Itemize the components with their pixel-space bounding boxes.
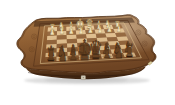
piece-white-pawn: ♟ xyxy=(107,24,112,35)
piece-black-bishop: ♝ xyxy=(101,39,112,63)
chess-board: ♜♞♝♚♛♝♞♜♟♟♟♟♟♟♟♟♟♟♟♟♟♟♟♟♜♞♝♚♛♝♞♜ xyxy=(0,0,175,105)
front-latch xyxy=(81,76,86,80)
piece-black-knight: ♞ xyxy=(57,42,68,65)
piece-black-knight: ♞ xyxy=(113,39,124,62)
piece-black-queen: ♛ xyxy=(89,35,103,65)
piece-white-pawn: ♟ xyxy=(116,23,121,34)
piece-black-rook: ♜ xyxy=(46,44,56,66)
piece-black-rook: ♜ xyxy=(125,40,135,62)
piece-white-pawn: ♟ xyxy=(69,26,74,37)
piece-white-pawn: ♟ xyxy=(59,26,64,37)
product-photo: ♜♞♝♚♛♝♞♜♟♟♟♟♟♟♟♟♟♟♟♟♟♟♟♟♜♞♝♚♛♝♞♜ xyxy=(0,0,175,105)
piece-white-pawn: ♟ xyxy=(97,24,102,35)
piece-white-pawn: ♟ xyxy=(50,26,55,37)
